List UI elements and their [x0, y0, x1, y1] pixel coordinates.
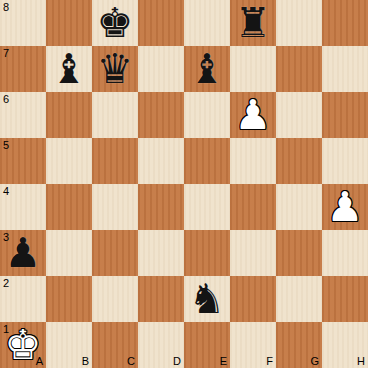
rank-label-1: 1: [3, 323, 9, 335]
square-d2[interactable]: [138, 276, 184, 322]
square-c2[interactable]: [92, 276, 138, 322]
square-g2[interactable]: [276, 276, 322, 322]
square-e1[interactable]: E: [184, 322, 230, 368]
square-b8[interactable]: [46, 0, 92, 46]
black-rook-piece[interactable]: ♜: [230, 0, 276, 46]
rank-label-6: 6: [3, 93, 9, 105]
square-d1[interactable]: D: [138, 322, 184, 368]
square-f1[interactable]: F: [230, 322, 276, 368]
square-a8[interactable]: 8: [0, 0, 46, 46]
file-label-g: G: [310, 355, 319, 367]
square-g4[interactable]: [276, 184, 322, 230]
square-a2[interactable]: 2: [0, 276, 46, 322]
square-c3[interactable]: [92, 230, 138, 276]
square-g1[interactable]: G: [276, 322, 322, 368]
square-f2[interactable]: [230, 276, 276, 322]
square-c8[interactable]: ♚: [92, 0, 138, 46]
square-e2[interactable]: ♞: [184, 276, 230, 322]
file-label-c: C: [127, 355, 135, 367]
black-king-piece[interactable]: ♚: [92, 0, 138, 46]
square-f6[interactable]: ♟: [230, 92, 276, 138]
square-h6[interactable]: [322, 92, 368, 138]
square-c7[interactable]: ♛: [92, 46, 138, 92]
square-g7[interactable]: [276, 46, 322, 92]
rank-label-7: 7: [3, 47, 9, 59]
square-h3[interactable]: [322, 230, 368, 276]
square-b1[interactable]: B: [46, 322, 92, 368]
square-e7[interactable]: ♝: [184, 46, 230, 92]
square-h5[interactable]: [322, 138, 368, 184]
file-label-d: D: [173, 355, 181, 367]
square-h8[interactable]: [322, 0, 368, 46]
white-pawn-piece[interactable]: ♟: [230, 92, 276, 138]
black-bishop-piece[interactable]: ♝: [184, 46, 230, 92]
square-h4[interactable]: ♟: [322, 184, 368, 230]
square-d4[interactable]: [138, 184, 184, 230]
square-b5[interactable]: [46, 138, 92, 184]
square-h7[interactable]: [322, 46, 368, 92]
white-pawn-piece[interactable]: ♟: [322, 184, 368, 230]
square-b7[interactable]: ♝: [46, 46, 92, 92]
black-queen-piece[interactable]: ♛: [92, 46, 138, 92]
rank-label-4: 4: [3, 185, 9, 197]
square-f3[interactable]: [230, 230, 276, 276]
square-g8[interactable]: [276, 0, 322, 46]
rank-label-8: 8: [3, 1, 9, 13]
square-f8[interactable]: ♜: [230, 0, 276, 46]
square-f7[interactable]: [230, 46, 276, 92]
square-a7[interactable]: 7: [0, 46, 46, 92]
square-a4[interactable]: 4: [0, 184, 46, 230]
rank-label-3: 3: [3, 231, 9, 243]
square-c1[interactable]: C: [92, 322, 138, 368]
square-a5[interactable]: 5: [0, 138, 46, 184]
square-h2[interactable]: [322, 276, 368, 322]
square-d8[interactable]: [138, 0, 184, 46]
file-label-b: B: [82, 355, 89, 367]
square-c5[interactable]: [92, 138, 138, 184]
file-label-f: F: [266, 355, 273, 367]
square-g5[interactable]: [276, 138, 322, 184]
square-e6[interactable]: [184, 92, 230, 138]
rank-label-2: 2: [3, 277, 9, 289]
square-e3[interactable]: [184, 230, 230, 276]
file-label-e: E: [220, 355, 227, 367]
rank-label-5: 5: [3, 139, 9, 151]
black-knight-piece[interactable]: ♞: [184, 276, 230, 322]
file-label-a: A: [36, 355, 43, 367]
square-e5[interactable]: [184, 138, 230, 184]
square-a1[interactable]: 1A♚: [0, 322, 46, 368]
square-c6[interactable]: [92, 92, 138, 138]
square-f5[interactable]: [230, 138, 276, 184]
square-d3[interactable]: [138, 230, 184, 276]
square-d6[interactable]: [138, 92, 184, 138]
square-a6[interactable]: 6: [0, 92, 46, 138]
square-f4[interactable]: [230, 184, 276, 230]
square-h1[interactable]: H: [322, 322, 368, 368]
square-d5[interactable]: [138, 138, 184, 184]
file-label-h: H: [357, 355, 365, 367]
square-b2[interactable]: [46, 276, 92, 322]
square-b3[interactable]: [46, 230, 92, 276]
square-g6[interactable]: [276, 92, 322, 138]
square-c4[interactable]: [92, 184, 138, 230]
square-d7[interactable]: [138, 46, 184, 92]
square-a3[interactable]: 3♟: [0, 230, 46, 276]
black-bishop-piece[interactable]: ♝: [46, 46, 92, 92]
square-g3[interactable]: [276, 230, 322, 276]
square-b4[interactable]: [46, 184, 92, 230]
square-b6[interactable]: [46, 92, 92, 138]
square-e8[interactable]: [184, 0, 230, 46]
chess-board: 8♚♜7♝♛♝6♟54♟3♟2♞1A♚BCDEFGH: [0, 0, 368, 368]
square-e4[interactable]: [184, 184, 230, 230]
